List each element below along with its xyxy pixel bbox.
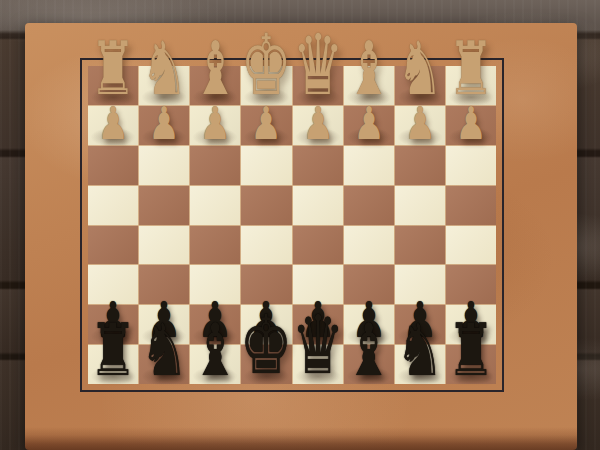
white-pawn-a2[interactable]: ♟ [455, 102, 487, 145]
chessboard-frame: ♜♞♝♚♛♝♞♜♟♟♟♟♟♟♟♟♟♟♟♟♟♟♟♟♜♞♝♚♛♝♞♜ [25, 23, 577, 450]
square-a3[interactable] [446, 146, 496, 185]
white-bishop-c1[interactable]: ♝ [345, 35, 392, 105]
square-e5[interactable] [241, 226, 291, 265]
white-king-e1[interactable]: ♚ [241, 25, 292, 105]
square-d5[interactable] [293, 226, 343, 265]
square-b3[interactable] [395, 146, 445, 185]
white-rook-a1[interactable]: ♜ [448, 35, 495, 105]
square-g8[interactable]: ♞ [139, 345, 189, 384]
square-f2[interactable]: ♟ [190, 106, 240, 145]
white-queen-d1[interactable]: ♛ [292, 25, 343, 105]
white-pawn-e2[interactable]: ♟ [251, 102, 283, 145]
table-background: ♜♞♝♚♛♝♞♜♟♟♟♟♟♟♟♟♟♟♟♟♟♟♟♟♜♞♝♚♛♝♞♜ [0, 0, 600, 450]
square-d3[interactable] [293, 146, 343, 185]
square-c4[interactable] [344, 186, 394, 225]
square-h3[interactable] [88, 146, 138, 185]
playing-area: ♜♞♝♚♛♝♞♜♟♟♟♟♟♟♟♟♟♟♟♟♟♟♟♟♜♞♝♚♛♝♞♜ [80, 58, 504, 392]
white-pawn-d2[interactable]: ♟ [302, 102, 334, 145]
square-e3[interactable] [241, 146, 291, 185]
white-knight-g1[interactable]: ♞ [141, 35, 188, 105]
square-c5[interactable] [344, 226, 394, 265]
black-queen-d8[interactable]: ♛ [291, 307, 344, 384]
white-pawn-g2[interactable]: ♟ [148, 102, 180, 145]
square-g2[interactable]: ♟ [139, 106, 189, 145]
square-f4[interactable] [190, 186, 240, 225]
square-d4[interactable] [293, 186, 343, 225]
black-rook-h8[interactable]: ♜ [89, 315, 137, 384]
square-c2[interactable]: ♟ [344, 106, 394, 145]
square-h4[interactable] [88, 186, 138, 225]
square-b4[interactable] [395, 186, 445, 225]
square-h8[interactable]: ♜ [88, 345, 138, 384]
square-e4[interactable] [241, 186, 291, 225]
white-rook-h1[interactable]: ♜ [90, 35, 137, 105]
square-b5[interactable] [395, 226, 445, 265]
black-king-e8[interactable]: ♚ [240, 307, 293, 384]
square-f5[interactable] [190, 226, 240, 265]
square-c8[interactable]: ♝ [344, 345, 394, 384]
black-bishop-f8[interactable]: ♝ [191, 315, 239, 384]
black-knight-g8[interactable]: ♞ [140, 315, 188, 384]
white-pawn-c2[interactable]: ♟ [353, 102, 385, 145]
square-g3[interactable] [139, 146, 189, 185]
square-f8[interactable]: ♝ [190, 345, 240, 384]
square-a8[interactable]: ♜ [446, 345, 496, 384]
black-rook-a8[interactable]: ♜ [447, 315, 495, 384]
square-f3[interactable] [190, 146, 240, 185]
square-e8[interactable]: ♚ [241, 345, 291, 384]
square-g4[interactable] [139, 186, 189, 225]
square-h5[interactable] [88, 226, 138, 265]
square-a2[interactable]: ♟ [446, 106, 496, 145]
square-a5[interactable] [446, 226, 496, 265]
white-knight-b1[interactable]: ♞ [397, 35, 444, 105]
black-knight-b8[interactable]: ♞ [396, 315, 444, 384]
board-grid: ♜♞♝♚♛♝♞♜♟♟♟♟♟♟♟♟♟♟♟♟♟♟♟♟♜♞♝♚♛♝♞♜ [88, 66, 496, 384]
black-bishop-c8[interactable]: ♝ [344, 315, 392, 384]
white-bishop-f1[interactable]: ♝ [192, 35, 239, 105]
white-pawn-b2[interactable]: ♟ [404, 102, 436, 145]
square-b2[interactable]: ♟ [395, 106, 445, 145]
square-b8[interactable]: ♞ [395, 345, 445, 384]
square-g5[interactable] [139, 226, 189, 265]
square-c3[interactable] [344, 146, 394, 185]
square-a4[interactable] [446, 186, 496, 225]
square-h2[interactable]: ♟ [88, 106, 138, 145]
square-d8[interactable]: ♛ [293, 345, 343, 384]
white-pawn-h2[interactable]: ♟ [97, 102, 129, 145]
white-pawn-f2[interactable]: ♟ [200, 102, 232, 145]
